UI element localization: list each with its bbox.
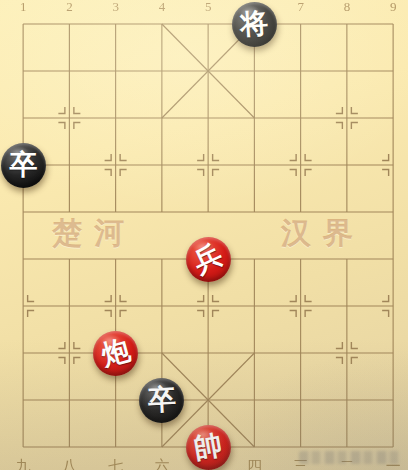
intersection[interactable] [93,95,139,142]
intersection[interactable] [231,48,277,95]
intersection[interactable] [139,142,185,189]
intersection[interactable] [46,1,92,48]
intersection[interactable] [231,189,277,236]
intersection[interactable] [185,330,231,377]
intersection[interactable]: 兵 [185,236,231,283]
intersection[interactable] [46,424,92,470]
intersection[interactable] [324,236,370,283]
intersection[interactable] [185,189,231,236]
intersection[interactable] [185,142,231,189]
intersection[interactable] [0,283,46,330]
intersection[interactable] [370,377,408,424]
intersection[interactable] [324,283,370,330]
intersection[interactable] [370,1,408,48]
xiangqi-board: 123456789 九八七六五四三二一 楚河 汉界 将卒兵炮卒帥 [0,0,408,470]
intersection[interactable] [231,283,277,330]
intersection[interactable]: 卒 [0,142,46,189]
intersection[interactable]: 卒 [139,377,185,424]
intersection[interactable] [278,142,324,189]
intersection[interactable] [324,95,370,142]
piece-character: 炮 [97,331,134,375]
intersection[interactable] [370,236,408,283]
piece-character: 卒 [147,380,177,419]
intersection[interactable] [185,48,231,95]
intersection[interactable] [278,189,324,236]
intersection[interactable]: 将 [231,1,277,48]
intersection[interactable] [93,424,139,470]
intersection[interactable] [0,377,46,424]
intersection[interactable] [278,283,324,330]
intersection[interactable] [46,330,92,377]
red-cannon[interactable]: 炮 [93,331,138,376]
intersection[interactable] [0,189,46,236]
intersection[interactable] [93,283,139,330]
intersection[interactable] [93,142,139,189]
intersection[interactable] [46,95,92,142]
intersection[interactable] [324,377,370,424]
intersection[interactable] [185,95,231,142]
intersection[interactable] [370,283,408,330]
intersection[interactable] [231,95,277,142]
intersection[interactable] [139,330,185,377]
piece-character: 帥 [191,426,225,468]
intersection[interactable] [46,377,92,424]
watermark [299,451,401,464]
intersection[interactable] [46,283,92,330]
intersection[interactable] [324,189,370,236]
intersection[interactable] [139,283,185,330]
intersection[interactable]: 炮 [93,330,139,377]
intersection[interactable] [0,95,46,142]
intersection[interactable] [324,1,370,48]
intersection[interactable] [0,1,46,48]
intersection[interactable] [0,424,46,470]
intersection[interactable] [139,1,185,48]
intersection[interactable] [46,48,92,95]
intersection[interactable] [139,424,185,470]
intersection[interactable] [93,236,139,283]
intersection[interactable] [231,377,277,424]
black-soldier-b[interactable]: 卒 [139,378,184,423]
intersection[interactable] [139,95,185,142]
intersection[interactable] [231,424,277,470]
intersection[interactable] [0,48,46,95]
intersection[interactable] [93,189,139,236]
red-soldier[interactable]: 兵 [186,237,231,282]
intersection[interactable] [93,48,139,95]
intersection[interactable] [278,377,324,424]
intersection[interactable]: 帥 [185,424,231,470]
intersection[interactable] [139,236,185,283]
black-general[interactable]: 将 [232,2,277,47]
intersection[interactable] [324,142,370,189]
piece-character: 卒 [9,146,37,184]
intersection[interactable] [231,142,277,189]
intersection[interactable] [46,189,92,236]
intersection[interactable] [278,330,324,377]
intersection[interactable] [324,48,370,95]
intersection[interactable] [278,95,324,142]
piece-character: 兵 [187,236,228,282]
intersection[interactable] [93,1,139,48]
intersection[interactable] [185,377,231,424]
intersection[interactable] [46,236,92,283]
intersection[interactable] [93,377,139,424]
intersection[interactable] [324,330,370,377]
intersection[interactable] [185,1,231,48]
intersection[interactable] [46,142,92,189]
intersection[interactable] [370,142,408,189]
intersection[interactable] [231,330,277,377]
red-general[interactable]: 帥 [186,425,231,470]
intersection[interactable] [278,48,324,95]
intersection[interactable] [0,236,46,283]
intersection[interactable] [278,1,324,48]
intersection[interactable] [278,236,324,283]
black-soldier-a[interactable]: 卒 [1,143,46,188]
board-intersections: 将卒兵炮卒帥 [0,1,408,470]
intersection[interactable] [0,330,46,377]
intersection[interactable] [185,283,231,330]
intersection[interactable] [370,48,408,95]
intersection[interactable] [370,189,408,236]
piece-character: 将 [239,4,270,44]
intersection[interactable] [231,236,277,283]
intersection[interactable] [370,330,408,377]
intersection[interactable] [370,95,408,142]
intersection[interactable] [139,48,185,95]
intersection[interactable] [139,189,185,236]
